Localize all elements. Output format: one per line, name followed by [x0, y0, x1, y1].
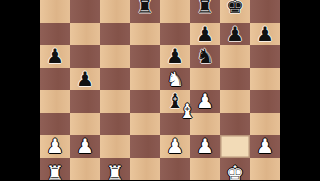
letterbox-right [280, 0, 320, 180]
black-pawn-a6[interactable]: ♟ [46, 45, 64, 67]
square-b2[interactable]: ♟ [70, 135, 100, 158]
moving-white-bishop[interactable]: ♝ [178, 100, 196, 122]
letterbox-left [0, 0, 40, 180]
square-h4[interactable] [250, 90, 280, 113]
square-c3[interactable] [100, 113, 130, 136]
square-g1[interactable]: ♚ [220, 158, 250, 181]
square-a7[interactable] [40, 23, 70, 46]
square-h8[interactable] [250, 0, 280, 23]
square-g8[interactable]: ♚ [220, 0, 250, 23]
square-e6[interactable]: ♟ [160, 45, 190, 68]
black-rook-d8[interactable]: ♜ [136, 0, 154, 17]
square-c6[interactable] [100, 45, 130, 68]
square-b5[interactable]: ♟ [70, 68, 100, 91]
square-h1[interactable] [250, 158, 280, 181]
white-pawn-h2[interactable]: ♟ [256, 135, 274, 157]
square-f7[interactable]: ♟ [190, 23, 220, 46]
square-h7[interactable]: ♟ [250, 23, 280, 46]
square-a6[interactable]: ♟ [40, 45, 70, 68]
white-pawn-f4[interactable]: ♟ [196, 90, 214, 112]
square-g7[interactable]: ♟ [220, 23, 250, 46]
black-rook-f8[interactable]: ♜ [196, 0, 214, 17]
square-b3[interactable] [70, 113, 100, 136]
square-a5[interactable] [40, 68, 70, 91]
black-pawn-f7[interactable]: ♟ [196, 23, 214, 45]
square-d3[interactable] [130, 113, 160, 136]
square-g2[interactable] [220, 135, 250, 158]
square-e7[interactable] [160, 23, 190, 46]
black-knight-f6[interactable]: ♞ [196, 45, 214, 67]
square-c2[interactable] [100, 135, 130, 158]
square-d4[interactable] [130, 90, 160, 113]
square-f8[interactable]: ♜ [190, 0, 220, 23]
white-pawn-b2[interactable]: ♟ [76, 135, 94, 157]
white-pawn-e2[interactable]: ♟ [166, 135, 184, 157]
square-e5[interactable]: ♞ [160, 68, 190, 91]
white-pawn-f2[interactable]: ♟ [196, 135, 214, 157]
square-h5[interactable] [250, 68, 280, 91]
square-d2[interactable] [130, 135, 160, 158]
black-pawn-h7[interactable]: ♟ [256, 23, 274, 45]
square-f6[interactable]: ♞ [190, 45, 220, 68]
square-d8[interactable]: ♜ [130, 0, 160, 23]
black-king-g8[interactable]: ♚ [226, 0, 244, 17]
square-g3[interactable] [220, 113, 250, 136]
square-b7[interactable] [70, 23, 100, 46]
square-d6[interactable] [130, 45, 160, 68]
square-b4[interactable] [70, 90, 100, 113]
square-a1[interactable]: ♜ [40, 158, 70, 181]
square-g6[interactable] [220, 45, 250, 68]
square-g4[interactable] [220, 90, 250, 113]
white-rook-c1[interactable]: ♜ [106, 162, 124, 180]
video-frame: ♜♜♚♟♟♟♟♟♞♟♞♝♟♟♟♟♟♟♜♜♚♝ [0, 0, 320, 180]
square-c1[interactable]: ♜ [100, 158, 130, 181]
white-knight-e5[interactable]: ♞ [166, 68, 184, 90]
white-rook-a1[interactable]: ♜ [46, 162, 64, 180]
square-a3[interactable] [40, 113, 70, 136]
square-h2[interactable]: ♟ [250, 135, 280, 158]
square-d5[interactable] [130, 68, 160, 91]
square-e2[interactable]: ♟ [160, 135, 190, 158]
black-pawn-g7[interactable]: ♟ [226, 23, 244, 45]
square-d1[interactable] [130, 158, 160, 181]
square-b1[interactable] [70, 158, 100, 181]
square-h6[interactable] [250, 45, 280, 68]
square-g5[interactable] [220, 68, 250, 91]
chess-board[interactable]: ♜♜♚♟♟♟♟♟♞♟♞♝♟♟♟♟♟♟♜♜♚♝ [40, 0, 280, 180]
square-e1[interactable] [160, 158, 190, 181]
square-a8[interactable] [40, 0, 70, 23]
square-c8[interactable] [100, 0, 130, 23]
square-b8[interactable] [70, 0, 100, 23]
square-f1[interactable] [190, 158, 220, 181]
square-a2[interactable]: ♟ [40, 135, 70, 158]
square-b6[interactable] [70, 45, 100, 68]
white-pawn-a2[interactable]: ♟ [46, 135, 64, 157]
square-f2[interactable]: ♟ [190, 135, 220, 158]
square-c5[interactable] [100, 68, 130, 91]
square-c7[interactable] [100, 23, 130, 46]
square-e8[interactable] [160, 0, 190, 23]
square-d7[interactable] [130, 23, 160, 46]
square-f5[interactable] [190, 68, 220, 91]
white-king-g1[interactable]: ♚ [226, 162, 244, 180]
square-h3[interactable] [250, 113, 280, 136]
square-c4[interactable] [100, 90, 130, 113]
square-a4[interactable] [40, 90, 70, 113]
black-pawn-e6[interactable]: ♟ [166, 45, 184, 67]
black-pawn-b5[interactable]: ♟ [76, 68, 94, 90]
